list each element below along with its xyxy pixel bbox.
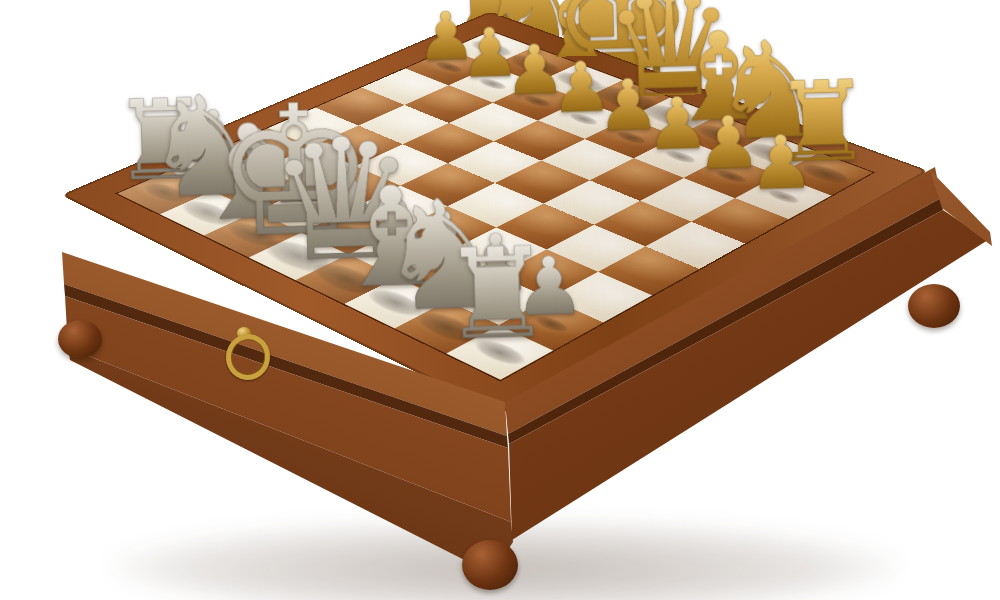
square-h1[interactable]: ♜ (447, 325, 553, 379)
square-h7[interactable]: ♟ (735, 175, 831, 219)
product-photo-stage: ♜♞♝♚♛♝♞♜♟♟♟♟♟♟♟♟♟♟♟♟♟♟♟♟♜♞♝♚♛♝♞♜ (0, 0, 1000, 600)
bun-foot-right (908, 284, 960, 328)
silver-rook-h1[interactable]: ♜ (439, 234, 554, 355)
bun-foot-left (58, 320, 102, 358)
bun-foot-front (462, 540, 518, 590)
gold-pawn-h7[interactable]: ♟ (747, 127, 815, 198)
